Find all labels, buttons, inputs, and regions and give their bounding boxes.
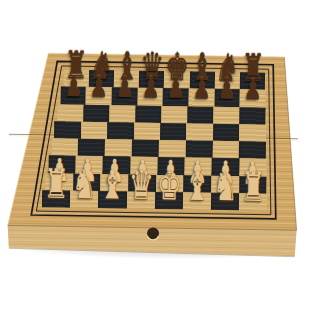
square-f5[interactable] xyxy=(186,123,213,141)
white-rook-h1[interactable]: ♜ xyxy=(240,166,266,207)
square-g5[interactable] xyxy=(213,124,240,142)
black-pawn-f7[interactable]: ♟ xyxy=(192,73,211,102)
square-h6[interactable] xyxy=(239,107,265,125)
black-pawn-b7[interactable]: ♟ xyxy=(90,72,109,101)
square-e6[interactable] xyxy=(161,106,187,124)
black-pawn-g7[interactable]: ♟ xyxy=(218,74,237,103)
black-pawn-a7[interactable]: ♟ xyxy=(64,71,83,100)
square-a5[interactable] xyxy=(54,121,81,139)
white-knight-b1[interactable]: ♞ xyxy=(72,164,98,205)
white-rook-a1[interactable]: ♜ xyxy=(44,163,70,204)
square-c5[interactable] xyxy=(107,122,134,140)
white-king-e1[interactable]: ♚ xyxy=(156,165,182,206)
square-d6[interactable] xyxy=(135,105,161,123)
square-f6[interactable] xyxy=(187,106,213,124)
white-queen-d1[interactable]: ♛ xyxy=(128,165,154,206)
square-a6[interactable] xyxy=(57,104,83,122)
black-pawn-d7[interactable]: ♟ xyxy=(141,73,160,102)
white-knight-g1[interactable]: ♞ xyxy=(212,166,238,207)
square-d5[interactable] xyxy=(134,122,161,140)
white-bishop-c1[interactable]: ♝ xyxy=(100,164,126,205)
square-e5[interactable] xyxy=(160,123,187,141)
black-pawn-c7[interactable]: ♟ xyxy=(115,72,134,101)
black-pawn-e7[interactable]: ♟ xyxy=(167,73,186,102)
square-b5[interactable] xyxy=(81,122,108,140)
black-pawn-h7[interactable]: ♟ xyxy=(243,74,262,103)
square-h5[interactable] xyxy=(239,124,266,142)
square-c6[interactable] xyxy=(109,105,135,123)
chess-set-photo: ♜♞♝♛♚♝♞♜♟♟♟♟♟♟♟♟♟♟♟♟♟♟♟♟♜♞♝♛♚♝♞♜ xyxy=(0,0,320,320)
white-bishop-f1[interactable]: ♝ xyxy=(184,166,210,207)
square-b6[interactable] xyxy=(83,104,109,122)
square-g6[interactable] xyxy=(213,106,239,124)
